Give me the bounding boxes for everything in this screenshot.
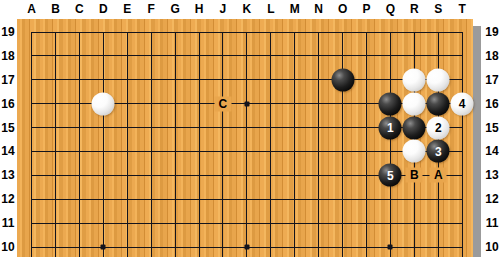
black-stone	[427, 92, 450, 115]
grid-vline	[199, 32, 200, 257]
coord-row-label-right: 15	[485, 121, 498, 135]
coord-column-label: B	[51, 2, 60, 16]
move-number: 4	[459, 98, 466, 110]
coord-row-label-right: 10	[485, 240, 498, 254]
coord-row-label-right: 17	[485, 73, 498, 87]
coord-column-label: R	[410, 2, 419, 16]
star-point	[244, 101, 249, 106]
coord-column-label: H	[195, 2, 204, 16]
coord-row-label-left: 18	[1, 49, 14, 63]
coord-column-label: D	[99, 2, 108, 16]
grid-vline	[127, 32, 128, 257]
grid-vline	[151, 32, 152, 257]
white-stone	[403, 92, 426, 115]
coord-column-label: N	[314, 2, 323, 16]
point-label-b: B	[410, 168, 419, 182]
coord-column-label: M	[290, 2, 300, 16]
coord-row-label-left: 11	[2, 216, 15, 230]
black-stone	[379, 92, 402, 115]
coord-column-label: T	[458, 2, 465, 16]
white-stone	[403, 68, 426, 91]
white-stone: 2	[427, 116, 450, 139]
coord-row-label-right: 16	[485, 97, 498, 111]
grid-vline	[79, 32, 80, 257]
coord-row-label-right: 19	[485, 25, 498, 39]
coord-column-label: Q	[386, 2, 395, 16]
coord-row-label-left: 14	[1, 144, 14, 158]
coord-row-label-right: 13	[485, 168, 498, 182]
grid-vline	[366, 32, 367, 257]
coord-row-label-left: 13	[1, 168, 14, 182]
grid-vline	[342, 32, 343, 257]
white-stone	[92, 92, 115, 115]
grid-vline	[31, 32, 32, 257]
black-stone: 1	[379, 116, 402, 139]
coord-row-label-left: 17	[1, 73, 14, 87]
coord-row-label-right: 14	[485, 144, 498, 158]
point-label-a: A	[434, 168, 443, 182]
star-point	[101, 245, 106, 250]
coord-column-label: K	[243, 2, 252, 16]
black-stone	[331, 68, 354, 91]
grid-vline	[294, 32, 295, 257]
grid-vline	[55, 32, 56, 257]
black-stone: 5	[379, 164, 402, 187]
grid-vline	[103, 32, 104, 257]
coord-column-label: P	[362, 2, 370, 16]
coord-column-label: C	[75, 2, 84, 16]
grid-vline	[390, 32, 391, 257]
coord-column-label: S	[434, 2, 442, 16]
coord-row-label-left: 15	[1, 121, 14, 135]
move-number: 3	[435, 145, 442, 157]
grid-vline	[318, 32, 319, 257]
grid-vline	[246, 32, 247, 257]
coord-row-label-right: 11	[486, 216, 499, 230]
coord-column-label: L	[267, 2, 274, 16]
go-diagram: ABCDEFGHJKLMNOPQRST191817161514131211101…	[0, 0, 500, 257]
star-point	[388, 245, 393, 250]
coord-row-label-left: 12	[1, 192, 14, 206]
coord-row-label-left: 10	[1, 240, 14, 254]
move-number: 1	[387, 122, 394, 134]
coord-column-label: O	[338, 2, 347, 16]
board-drop-shadow	[473, 26, 481, 257]
coord-row-label-right: 12	[485, 192, 498, 206]
coord-row-label-left: 19	[1, 25, 14, 39]
black-stone: 3	[427, 140, 450, 163]
grid-vline	[270, 32, 271, 257]
point-label-c: C	[219, 97, 228, 111]
grid-vline	[175, 32, 176, 257]
coord-row-label-right: 18	[485, 49, 498, 63]
white-stone	[427, 68, 450, 91]
grid-vline	[462, 32, 463, 257]
move-number: 2	[435, 122, 442, 134]
white-stone: 4	[451, 92, 474, 115]
coord-column-label: G	[170, 2, 179, 16]
coord-column-label: J	[220, 2, 227, 16]
coord-column-label: E	[123, 2, 131, 16]
coord-row-label-left: 16	[1, 97, 14, 111]
star-point	[244, 245, 249, 250]
coord-column-label: F	[148, 2, 155, 16]
grid-vline	[222, 32, 223, 257]
white-stone	[403, 140, 426, 163]
coord-column-label: A	[27, 2, 36, 16]
black-stone	[403, 116, 426, 139]
move-number: 5	[387, 169, 394, 181]
